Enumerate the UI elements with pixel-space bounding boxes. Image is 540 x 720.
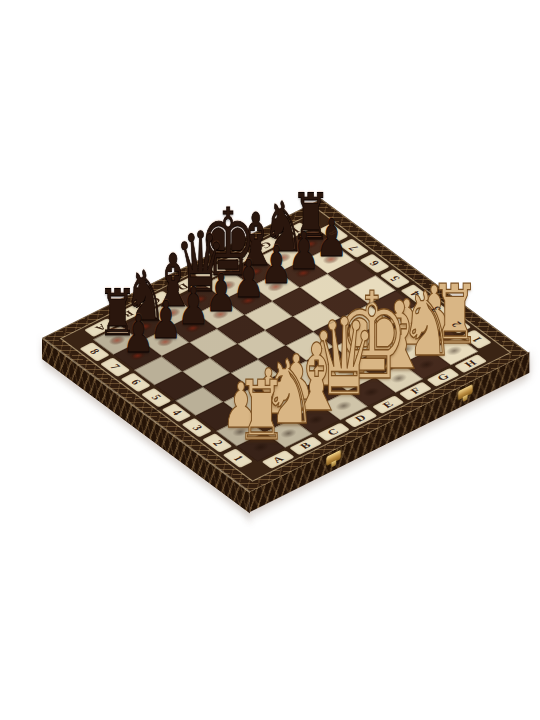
product-photo: ABCDEFGH 87654321 ♜♞♝♚♛♝♞♜♟♟♟♟♟♟♟♟♟♟♟♟♟♟… [0,0,540,720]
chess-board: ABCDEFGH 87654321 ♜♞♝♚♛♝♞♜♟♟♟♟♟♟♟♟♟♟♟♟♟♟… [42,199,529,493]
board-inlay: ABCDEFGH 87654321 ♜♞♝♚♛♝♞♜♟♟♟♟♟♟♟♟♟♟♟♟♟♟… [62,211,510,481]
square-a1: ♜ [237,433,285,462]
